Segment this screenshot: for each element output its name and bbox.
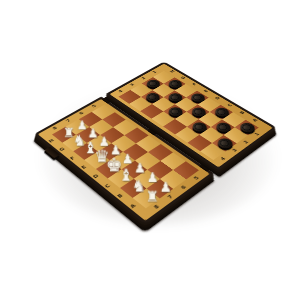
coordinate-label: C <box>104 184 111 189</box>
square[interactable] <box>125 128 149 144</box>
coordinate-label: A <box>129 204 137 210</box>
coordinate-label: B <box>117 193 125 199</box>
coordinate-label: E <box>203 89 209 93</box>
square[interactable] <box>160 152 185 170</box>
coordinate-label: 1 <box>254 132 261 136</box>
coordinate-label: 3 <box>232 148 239 153</box>
checker-piece-black[interactable] <box>213 121 233 134</box>
coordinate-label: F <box>70 156 77 161</box>
coordinate-label: 2 <box>243 140 250 145</box>
coordinate-label: 5 <box>91 104 97 108</box>
coordinate-label: 7 <box>167 195 174 200</box>
square[interactable] <box>163 119 187 135</box>
coordinate-label: 8 <box>52 126 58 130</box>
coordinate-label: B <box>239 111 246 115</box>
coordinate-label: 4 <box>117 89 123 93</box>
checker-piece-black[interactable] <box>237 121 257 134</box>
coordinate-label: 5 <box>193 176 200 181</box>
square[interactable] <box>199 127 223 143</box>
coordinate-label: 3 <box>129 83 135 87</box>
coordinate-label: 6 <box>78 111 84 115</box>
coordinate-label: 2 <box>141 76 147 80</box>
square[interactable] <box>200 143 225 160</box>
coordinate-label: C <box>227 103 234 107</box>
coordinate-label: D <box>92 174 100 180</box>
coordinate-label: E <box>81 165 88 170</box>
coordinate-label: 6 <box>180 185 187 190</box>
coordinate-label: H <box>169 70 175 74</box>
coordinate-label: F <box>192 83 198 87</box>
coordinate-label: G <box>180 76 186 80</box>
coordinate-label: A <box>252 118 259 122</box>
coordinate-label: 7 <box>65 119 71 123</box>
coordinate-label: D <box>215 96 222 100</box>
coordinate-label: G <box>59 147 66 152</box>
coordinate-label: 4 <box>220 157 227 162</box>
coordinate-label: H <box>48 139 55 144</box>
product-photo-scene: ♜♟♞♟♝♟♛♟♚♟♝♟♞♟♜♟ HGFEDCBA88776655 HGFEDC… <box>0 0 300 300</box>
coordinate-label: 1 <box>152 70 158 73</box>
coordinate-label: 8 <box>153 204 161 210</box>
chess-piece-white-rook[interactable]: ♜ <box>142 189 161 204</box>
